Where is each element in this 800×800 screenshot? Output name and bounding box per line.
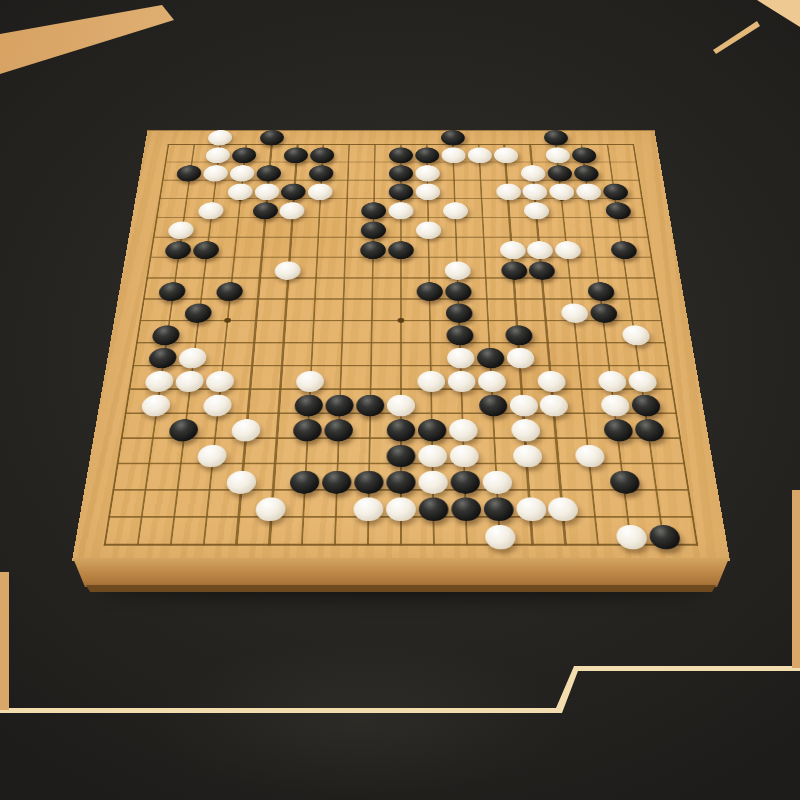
stone-black bbox=[356, 395, 384, 416]
stone-black bbox=[529, 262, 556, 280]
stone-white bbox=[417, 372, 445, 393]
stone-white bbox=[506, 348, 535, 368]
stone-white bbox=[539, 395, 569, 416]
stone-black bbox=[418, 420, 447, 442]
stone-white bbox=[447, 372, 475, 393]
stone-white bbox=[449, 420, 478, 442]
stone-black bbox=[419, 498, 449, 522]
stone-black bbox=[294, 395, 323, 416]
stone-black bbox=[476, 348, 504, 368]
stone-white bbox=[144, 372, 175, 393]
stone-white bbox=[628, 372, 659, 393]
star-point bbox=[397, 318, 404, 323]
go-board bbox=[72, 131, 730, 562]
stone-black bbox=[505, 326, 533, 346]
stone-black bbox=[446, 326, 474, 346]
grid-line-vertical bbox=[104, 144, 170, 545]
stone-white bbox=[353, 498, 383, 522]
stone-black bbox=[386, 471, 415, 494]
background-glow bbox=[150, 640, 570, 800]
stone-white bbox=[225, 471, 256, 494]
stone-black bbox=[387, 420, 416, 442]
stone-white bbox=[600, 395, 631, 416]
stone-white bbox=[512, 445, 542, 468]
stone-white bbox=[444, 262, 470, 280]
stone-white bbox=[418, 471, 448, 494]
stone-black bbox=[483, 498, 514, 522]
stone-black bbox=[478, 395, 507, 416]
stone-black bbox=[325, 395, 354, 416]
stone-black bbox=[500, 262, 527, 280]
stone-white bbox=[196, 445, 227, 468]
stone-black bbox=[648, 525, 682, 550]
stone-white bbox=[167, 222, 195, 239]
stone-white bbox=[174, 372, 204, 393]
stone-white bbox=[255, 498, 286, 522]
stone-black bbox=[609, 471, 641, 494]
stone-white bbox=[477, 372, 506, 393]
stone-white bbox=[499, 242, 526, 260]
go-board-grid bbox=[105, 145, 697, 545]
stone-white bbox=[515, 498, 546, 522]
stone-black bbox=[361, 222, 386, 239]
stone-white bbox=[509, 395, 538, 416]
stone-white bbox=[202, 395, 232, 416]
stone-white bbox=[447, 348, 475, 368]
stone-white bbox=[537, 372, 566, 393]
grid-line-vertical bbox=[633, 144, 699, 545]
stone-black bbox=[387, 445, 416, 468]
stone-black bbox=[354, 471, 384, 494]
stone-white bbox=[598, 372, 628, 393]
stone-white bbox=[387, 395, 415, 416]
stone-white bbox=[140, 395, 171, 416]
stone-black bbox=[290, 471, 320, 494]
star-point bbox=[224, 318, 232, 323]
stone-black bbox=[631, 395, 662, 416]
stone-white bbox=[418, 445, 447, 468]
stone-black bbox=[450, 471, 480, 494]
stone-white bbox=[296, 372, 325, 393]
stone-black bbox=[451, 498, 481, 522]
stone-white bbox=[416, 222, 441, 239]
stone-white bbox=[274, 262, 301, 280]
stone-white bbox=[205, 372, 235, 393]
stone-white bbox=[548, 498, 580, 522]
stone-white bbox=[386, 498, 416, 522]
stone-white bbox=[449, 445, 479, 468]
stone-white bbox=[510, 420, 540, 442]
stone-black bbox=[322, 471, 352, 494]
scene bbox=[0, 0, 800, 800]
stone-white bbox=[177, 348, 207, 368]
stone-white bbox=[615, 525, 648, 550]
stone-white bbox=[575, 445, 606, 468]
stone-white bbox=[484, 525, 515, 550]
grid-line-vertical bbox=[555, 144, 600, 545]
stone-black bbox=[147, 348, 177, 368]
stone-white bbox=[482, 471, 512, 494]
